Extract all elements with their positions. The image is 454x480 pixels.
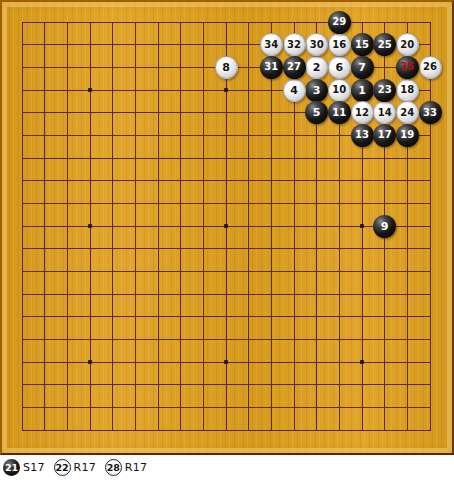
caption-annotation-move-21: 21S17 [3, 459, 45, 476]
stone-17-r14: 17 [373, 124, 396, 147]
grid-line-horizontal [22, 316, 431, 317]
stone-23-r16: 23 [373, 79, 396, 102]
grid-line-vertical [430, 22, 431, 431]
caption-stone-22: 22 [54, 459, 71, 476]
stone-1-q16: 1 [351, 79, 374, 102]
stone-30-o18: 30 [305, 33, 328, 56]
caption-stone-28: 28 [105, 459, 122, 476]
stone-20-s18: 20 [396, 33, 419, 56]
caption-bar: 21S1722R1728R17 [0, 455, 454, 480]
caption-coordinate-label: S17 [23, 461, 45, 474]
stone-24-s15: 24 [396, 101, 419, 124]
stone-31-m17: 31 [260, 56, 283, 79]
stone-12-q15: 12 [351, 101, 374, 124]
stone-25-r18: 25 [373, 33, 396, 56]
stone-35-s17: 35 [396, 56, 419, 79]
caption-annotation-move-22: 22R17 [54, 459, 96, 476]
stone-3-o16: 3 [305, 79, 328, 102]
stone-18-s16: 18 [396, 79, 419, 102]
stone-11-p15: 11 [328, 101, 351, 124]
grid-line-horizontal [22, 294, 431, 295]
stone-33-t15: 33 [419, 101, 442, 124]
stone-14-r15: 14 [373, 101, 396, 124]
stone-29-p19: 29 [328, 11, 351, 34]
star-point-q10 [360, 224, 364, 228]
caption-coordinate-label: R17 [125, 461, 147, 474]
stone-4-n16: 4 [283, 79, 306, 102]
stone-15-q18: 15 [351, 33, 374, 56]
stone-9-r10: 9 [373, 215, 396, 238]
stone-2-o17: 2 [305, 56, 328, 79]
stone-7-q17: 7 [351, 56, 374, 79]
grid-line-horizontal [22, 407, 431, 408]
grid-line-horizontal [22, 248, 431, 249]
grid-line-horizontal [22, 271, 431, 272]
star-point-d10 [88, 224, 92, 228]
go-board[interactable]: 1234567891011121314151617181920232425262… [0, 0, 454, 455]
grid-line-horizontal [22, 430, 431, 431]
go-diagram-page: 1234567891011121314151617181920232425262… [0, 0, 454, 480]
star-point-k16 [224, 88, 228, 92]
grid-line-vertical [271, 22, 272, 431]
caption-annotation-move-28: 28R17 [105, 459, 147, 476]
star-point-k4 [224, 360, 228, 364]
star-point-q4 [360, 360, 364, 364]
star-point-d16 [88, 88, 92, 92]
stone-8-k17: 8 [215, 56, 238, 79]
grid-line-horizontal [22, 339, 431, 340]
star-point-k10 [224, 224, 228, 228]
stone-10-p16: 10 [328, 79, 351, 102]
grid-line-horizontal [22, 384, 431, 385]
caption-stone-21: 21 [3, 459, 20, 476]
caption-coordinate-label: R17 [74, 461, 96, 474]
stone-13-q14: 13 [351, 124, 374, 147]
stone-26-t17: 26 [419, 56, 442, 79]
stone-19-s14: 19 [396, 124, 419, 147]
stone-32-n18: 32 [283, 33, 306, 56]
stone-5-o15: 5 [305, 101, 328, 124]
stone-27-n17: 27 [283, 56, 306, 79]
star-point-d4 [88, 360, 92, 364]
stone-16-p18: 16 [328, 33, 351, 56]
stone-34-m18: 34 [260, 33, 283, 56]
grid-line-vertical [248, 22, 249, 431]
stone-6-p17: 6 [328, 56, 351, 79]
